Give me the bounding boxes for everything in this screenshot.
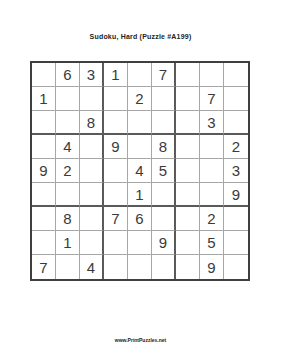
cell-r3c6[interactable] xyxy=(152,111,176,135)
cell-r3c3[interactable]: 8 xyxy=(80,111,104,135)
cell-r6c5[interactable]: 1 xyxy=(128,183,152,207)
cell-r6c1[interactable] xyxy=(32,183,56,207)
cell-r1c9[interactable] xyxy=(224,63,248,87)
cell-r4c2[interactable]: 4 xyxy=(56,135,80,159)
cell-r8c7[interactable] xyxy=(176,231,200,255)
cell-r4c4[interactable]: 9 xyxy=(104,135,128,159)
cell-r9c3[interactable]: 4 xyxy=(80,255,104,279)
cell-r3c1[interactable] xyxy=(32,111,56,135)
cell-r5c3[interactable] xyxy=(80,159,104,183)
cell-r8c8[interactable]: 5 xyxy=(200,231,224,255)
cell-r6c9[interactable]: 9 xyxy=(224,183,248,207)
sudoku-grid: 631712783498292453198762195749 xyxy=(30,61,250,281)
cell-r6c6[interactable] xyxy=(152,183,176,207)
cell-r4c5[interactable] xyxy=(128,135,152,159)
cell-r1c8[interactable] xyxy=(200,63,224,87)
cell-r7c1[interactable] xyxy=(32,207,56,231)
cell-r5c7[interactable] xyxy=(176,159,200,183)
cell-r1c6[interactable]: 7 xyxy=(152,63,176,87)
page-title: Sudoku, Hard (Puzzle #A199) xyxy=(0,33,281,40)
cell-r1c2[interactable]: 6 xyxy=(56,63,80,87)
cell-r8c1[interactable] xyxy=(32,231,56,255)
cell-r7c2[interactable]: 8 xyxy=(56,207,80,231)
cell-r8c6[interactable]: 9 xyxy=(152,231,176,255)
cell-r6c4[interactable] xyxy=(104,183,128,207)
cell-r5c1[interactable]: 9 xyxy=(32,159,56,183)
cell-r2c8[interactable]: 7 xyxy=(200,87,224,111)
cell-r9c2[interactable] xyxy=(56,255,80,279)
cell-r7c4[interactable]: 7 xyxy=(104,207,128,231)
cell-r9c7[interactable] xyxy=(176,255,200,279)
cell-r7c6[interactable] xyxy=(152,207,176,231)
footer-url: www.PrintPuzzles.net xyxy=(0,337,281,343)
cell-r2c1[interactable]: 1 xyxy=(32,87,56,111)
cell-r9c9[interactable] xyxy=(224,255,248,279)
cell-r5c4[interactable] xyxy=(104,159,128,183)
cell-r5c9[interactable]: 3 xyxy=(224,159,248,183)
cell-r3c4[interactable] xyxy=(104,111,128,135)
cell-r1c5[interactable] xyxy=(128,63,152,87)
cell-r8c3[interactable] xyxy=(80,231,104,255)
cell-r4c7[interactable] xyxy=(176,135,200,159)
cell-r7c3[interactable] xyxy=(80,207,104,231)
cell-r2c6[interactable] xyxy=(152,87,176,111)
cell-r7c8[interactable]: 2 xyxy=(200,207,224,231)
cell-r6c7[interactable] xyxy=(176,183,200,207)
cell-r7c9[interactable] xyxy=(224,207,248,231)
cell-r2c3[interactable] xyxy=(80,87,104,111)
cell-r6c3[interactable] xyxy=(80,183,104,207)
cell-r4c8[interactable] xyxy=(200,135,224,159)
cell-r8c9[interactable] xyxy=(224,231,248,255)
cell-r3c9[interactable] xyxy=(224,111,248,135)
cell-r3c2[interactable] xyxy=(56,111,80,135)
cell-r3c5[interactable] xyxy=(128,111,152,135)
cell-r2c7[interactable] xyxy=(176,87,200,111)
cell-r2c5[interactable]: 2 xyxy=(128,87,152,111)
cell-r9c1[interactable]: 7 xyxy=(32,255,56,279)
cell-r9c8[interactable]: 9 xyxy=(200,255,224,279)
cell-r6c8[interactable] xyxy=(200,183,224,207)
cell-r6c2[interactable] xyxy=(56,183,80,207)
cell-r1c4[interactable]: 1 xyxy=(104,63,128,87)
cell-r2c4[interactable] xyxy=(104,87,128,111)
cell-r9c4[interactable] xyxy=(104,255,128,279)
cell-r2c9[interactable] xyxy=(224,87,248,111)
cell-r4c6[interactable]: 8 xyxy=(152,135,176,159)
cell-r3c7[interactable] xyxy=(176,111,200,135)
cell-r4c3[interactable] xyxy=(80,135,104,159)
cell-r5c2[interactable]: 2 xyxy=(56,159,80,183)
cell-r9c6[interactable] xyxy=(152,255,176,279)
cell-r1c3[interactable]: 3 xyxy=(80,63,104,87)
cell-r5c5[interactable]: 4 xyxy=(128,159,152,183)
cell-r8c5[interactable] xyxy=(128,231,152,255)
cell-r3c8[interactable]: 3 xyxy=(200,111,224,135)
cell-r1c7[interactable] xyxy=(176,63,200,87)
cell-r8c2[interactable]: 1 xyxy=(56,231,80,255)
cell-r7c7[interactable] xyxy=(176,207,200,231)
cell-r5c8[interactable] xyxy=(200,159,224,183)
cell-r4c1[interactable] xyxy=(32,135,56,159)
cell-r4c9[interactable]: 2 xyxy=(224,135,248,159)
cell-r8c4[interactable] xyxy=(104,231,128,255)
cell-r7c5[interactable]: 6 xyxy=(128,207,152,231)
cell-r2c2[interactable] xyxy=(56,87,80,111)
cell-r1c1[interactable] xyxy=(32,63,56,87)
cell-r5c6[interactable]: 5 xyxy=(152,159,176,183)
cell-r9c5[interactable] xyxy=(128,255,152,279)
